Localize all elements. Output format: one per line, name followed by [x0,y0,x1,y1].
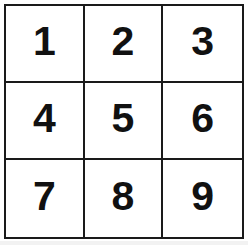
grid-cell-r2c3[interactable]: 6 [163,83,242,160]
grid-cell-r1c2[interactable]: 2 [85,6,164,83]
grid-cell-r2c2[interactable]: 5 [85,83,164,160]
grid-cell-r3c1[interactable]: 7 [6,160,85,237]
grid-cell-r1c3[interactable]: 3 [163,6,242,83]
bottom-edge-strip [0,241,248,245]
grid-cell-r3c3[interactable]: 9 [163,160,242,237]
grid-cell-r1c1[interactable]: 1 [6,6,85,83]
number-grid-board: 1 2 3 4 5 6 7 8 9 [4,4,244,239]
grid-cell-r3c2[interactable]: 8 [85,160,164,237]
puzzle-screen: 1 2 3 4 5 6 7 8 9 [0,0,248,245]
grid-cell-r2c1[interactable]: 4 [6,83,85,160]
